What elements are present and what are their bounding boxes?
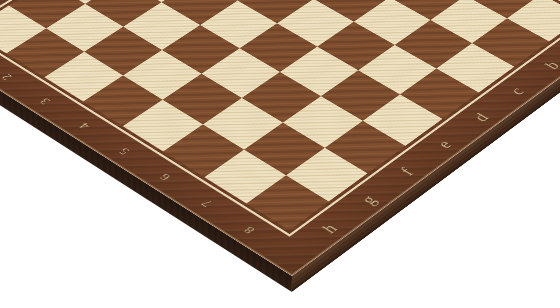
chessboard: 12345678hgfedcba <box>0 0 560 276</box>
scene: 12345678hgfedcba <box>0 0 560 308</box>
board-photo: 12345678hgfedcba <box>0 0 560 308</box>
